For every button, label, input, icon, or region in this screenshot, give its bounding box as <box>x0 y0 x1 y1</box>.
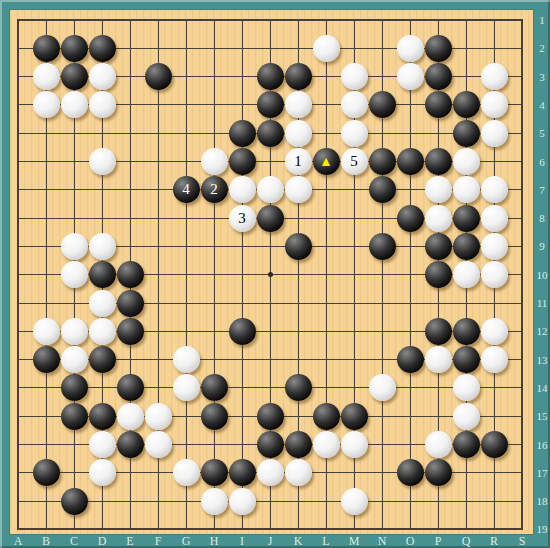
stone-black-H14[interactable] <box>201 374 228 401</box>
stone-white-F15[interactable] <box>145 403 172 430</box>
stone-black-K3[interactable] <box>285 63 312 90</box>
stone-black-H17[interactable] <box>201 459 228 486</box>
move-number-stone-G7[interactable]: 4 <box>173 176 200 203</box>
row-label-2: 2 <box>534 41 550 55</box>
stone-white-D3[interactable] <box>89 63 116 90</box>
stone-black-J15[interactable] <box>257 403 284 430</box>
stone-white-M16[interactable] <box>341 431 368 458</box>
stone-black-D15[interactable] <box>89 403 116 430</box>
stone-black-I12[interactable] <box>229 318 256 345</box>
stone-white-E15[interactable] <box>117 403 144 430</box>
row-label-13: 13 <box>534 353 550 367</box>
col-label-S: S <box>512 535 532 548</box>
stone-white-D17[interactable] <box>89 459 116 486</box>
stone-black-B2[interactable] <box>33 35 60 62</box>
stone-white-P7[interactable] <box>425 176 452 203</box>
stone-black-H15[interactable] <box>201 403 228 430</box>
col-label-K: K <box>288 535 308 548</box>
stone-black-Q13[interactable] <box>453 346 480 373</box>
stone-white-G13[interactable] <box>173 346 200 373</box>
col-label-L: L <box>316 535 336 548</box>
stone-white-H6[interactable] <box>201 148 228 175</box>
col-label-B: B <box>36 535 56 548</box>
row-label-4: 4 <box>534 98 550 112</box>
stone-white-K17[interactable] <box>285 459 312 486</box>
stone-white-M4[interactable] <box>341 91 368 118</box>
stone-white-R9[interactable] <box>481 233 508 260</box>
stone-white-P16[interactable] <box>425 431 452 458</box>
stone-black-N6[interactable] <box>369 148 396 175</box>
stone-black-J4[interactable] <box>257 91 284 118</box>
star-point <box>268 272 273 277</box>
row-label-9: 9 <box>534 239 550 253</box>
stone-white-C9[interactable] <box>61 233 88 260</box>
stone-white-O3[interactable] <box>397 63 424 90</box>
goban-frame: 1▲5423ABCDEFGHIJKLMNOPQRS123456789101112… <box>0 0 550 548</box>
row-label-12: 12 <box>534 324 550 338</box>
stone-white-R3[interactable] <box>481 63 508 90</box>
row-label-11: 11 <box>534 296 550 310</box>
stone-white-R5[interactable] <box>481 120 508 147</box>
move-number-stone-I8[interactable]: 3 <box>229 205 256 232</box>
stone-white-G14[interactable] <box>173 374 200 401</box>
stone-white-Q6[interactable] <box>453 148 480 175</box>
col-label-Q: Q <box>456 535 476 548</box>
stone-black-J8[interactable] <box>257 205 284 232</box>
stone-black-C14[interactable] <box>61 374 88 401</box>
stone-black-B17[interactable] <box>33 459 60 486</box>
grid-line-horizontal <box>17 501 523 502</box>
stone-black-J16[interactable] <box>257 431 284 458</box>
stone-black-E11[interactable] <box>117 290 144 317</box>
stone-white-M3[interactable] <box>341 63 368 90</box>
stone-white-Q15[interactable] <box>453 403 480 430</box>
col-label-M: M <box>344 535 364 548</box>
stone-black-P10[interactable] <box>425 261 452 288</box>
col-label-I: I <box>232 535 252 548</box>
stone-black-Q8[interactable] <box>453 205 480 232</box>
col-label-F: F <box>148 535 168 548</box>
stone-white-R12[interactable] <box>481 318 508 345</box>
col-label-O: O <box>400 535 420 548</box>
stone-black-D13[interactable] <box>89 346 116 373</box>
stone-black-C2[interactable] <box>61 35 88 62</box>
stone-black-P17[interactable] <box>425 459 452 486</box>
triangle-marked-stone-L6[interactable]: ▲ <box>313 148 340 175</box>
col-label-R: R <box>484 535 504 548</box>
stone-black-J5[interactable] <box>257 120 284 147</box>
grid-line-horizontal <box>17 528 523 530</box>
stone-black-P2[interactable] <box>425 35 452 62</box>
stone-black-E12[interactable] <box>117 318 144 345</box>
stone-white-D9[interactable] <box>89 233 116 260</box>
stone-white-J17[interactable] <box>257 459 284 486</box>
stone-white-D4[interactable] <box>89 91 116 118</box>
stone-black-P12[interactable] <box>425 318 452 345</box>
stone-black-C18[interactable] <box>61 488 88 515</box>
stone-white-B4[interactable] <box>33 91 60 118</box>
col-label-N: N <box>372 535 392 548</box>
stone-white-P8[interactable] <box>425 205 452 232</box>
col-label-C: C <box>64 535 84 548</box>
row-label-18: 18 <box>534 494 550 508</box>
stone-black-Q12[interactable] <box>453 318 480 345</box>
row-label-6: 6 <box>534 155 550 169</box>
col-label-G: G <box>176 535 196 548</box>
stone-white-D16[interactable] <box>89 431 116 458</box>
stone-black-D2[interactable] <box>89 35 116 62</box>
col-label-E: E <box>120 535 140 548</box>
stone-black-O17[interactable] <box>397 459 424 486</box>
stone-black-I17[interactable] <box>229 459 256 486</box>
stone-black-R16[interactable] <box>481 431 508 458</box>
row-label-15: 15 <box>534 409 550 423</box>
stone-white-L16[interactable] <box>313 431 340 458</box>
stone-white-R10[interactable] <box>481 261 508 288</box>
stone-black-E10[interactable] <box>117 261 144 288</box>
stone-black-D10[interactable] <box>89 261 116 288</box>
stone-white-R4[interactable] <box>481 91 508 118</box>
stone-white-K5[interactable] <box>285 120 312 147</box>
stone-white-K4[interactable] <box>285 91 312 118</box>
stone-white-I7[interactable] <box>229 176 256 203</box>
col-label-A: A <box>8 535 28 548</box>
stone-black-O13[interactable] <box>397 346 424 373</box>
stone-white-C13[interactable] <box>61 346 88 373</box>
stone-white-I18[interactable] <box>229 488 256 515</box>
stone-black-O6[interactable] <box>397 148 424 175</box>
row-label-8: 8 <box>534 211 550 225</box>
stone-black-K14[interactable] <box>285 374 312 401</box>
row-label-1: 1 <box>534 13 550 27</box>
stone-white-J7[interactable] <box>257 176 284 203</box>
stone-white-R13[interactable] <box>481 346 508 373</box>
stone-white-D11[interactable] <box>89 290 116 317</box>
row-label-14: 14 <box>534 381 550 395</box>
stone-white-F16[interactable] <box>145 431 172 458</box>
stone-white-D6[interactable] <box>89 148 116 175</box>
row-label-3: 3 <box>534 70 550 84</box>
stone-black-Q5[interactable] <box>453 120 480 147</box>
stone-white-C4[interactable] <box>61 91 88 118</box>
stone-white-R8[interactable] <box>481 205 508 232</box>
stone-white-C12[interactable] <box>61 318 88 345</box>
stone-white-G17[interactable] <box>173 459 200 486</box>
stone-white-M5[interactable] <box>341 120 368 147</box>
grid-line-horizontal <box>17 387 523 388</box>
stone-black-P6[interactable] <box>425 148 452 175</box>
stone-black-N4[interactable] <box>369 91 396 118</box>
stone-black-P3[interactable] <box>425 63 452 90</box>
col-label-D: D <box>92 535 112 548</box>
stone-black-K16[interactable] <box>285 431 312 458</box>
stone-black-I5[interactable] <box>229 120 256 147</box>
stone-black-C3[interactable] <box>61 63 88 90</box>
stone-black-L15[interactable] <box>313 403 340 430</box>
col-label-H: H <box>204 535 224 548</box>
stone-white-Q10[interactable] <box>453 261 480 288</box>
stone-white-K7[interactable] <box>285 176 312 203</box>
stone-white-R7[interactable] <box>481 176 508 203</box>
stone-white-P13[interactable] <box>425 346 452 373</box>
row-label-10: 10 <box>534 268 550 282</box>
stone-white-Q7[interactable] <box>453 176 480 203</box>
row-label-17: 17 <box>534 466 550 480</box>
move-number-stone-H7[interactable]: 2 <box>201 176 228 203</box>
stone-black-Q16[interactable] <box>453 431 480 458</box>
stone-white-B12[interactable] <box>33 318 60 345</box>
move-number-stone-M6[interactable]: 5 <box>341 148 368 175</box>
stone-white-B3[interactable] <box>33 63 60 90</box>
stone-black-E14[interactable] <box>117 374 144 401</box>
grid-line-horizontal <box>17 19 523 21</box>
stone-white-M18[interactable] <box>341 488 368 515</box>
stone-black-N7[interactable] <box>369 176 396 203</box>
stone-black-P4[interactable] <box>425 91 452 118</box>
col-label-J: J <box>260 535 280 548</box>
stone-black-Q9[interactable] <box>453 233 480 260</box>
stone-black-F3[interactable] <box>145 63 172 90</box>
stone-black-I6[interactable] <box>229 148 256 175</box>
stone-white-L2[interactable] <box>313 35 340 62</box>
stone-black-C15[interactable] <box>61 403 88 430</box>
stone-black-M15[interactable] <box>341 403 368 430</box>
stone-black-Q4[interactable] <box>453 91 480 118</box>
stone-white-C10[interactable] <box>61 261 88 288</box>
stone-white-D12[interactable] <box>89 318 116 345</box>
stone-white-O2[interactable] <box>397 35 424 62</box>
stone-black-B13[interactable] <box>33 346 60 373</box>
stone-black-O8[interactable] <box>397 205 424 232</box>
stone-black-E16[interactable] <box>117 431 144 458</box>
row-label-16: 16 <box>534 438 550 452</box>
row-label-7: 7 <box>534 183 550 197</box>
stone-black-P9[interactable] <box>425 233 452 260</box>
stone-white-N14[interactable] <box>369 374 396 401</box>
triangle-marker-icon: ▲ <box>313 148 340 175</box>
stone-white-Q14[interactable] <box>453 374 480 401</box>
move-number-stone-K6[interactable]: 1 <box>285 148 312 175</box>
row-label-5: 5 <box>534 126 550 140</box>
stone-black-K9[interactable] <box>285 233 312 260</box>
row-label-19: 19 <box>534 522 550 536</box>
stone-black-N9[interactable] <box>369 233 396 260</box>
stone-white-H18[interactable] <box>201 488 228 515</box>
col-label-P: P <box>428 535 448 548</box>
stone-black-J3[interactable] <box>257 63 284 90</box>
